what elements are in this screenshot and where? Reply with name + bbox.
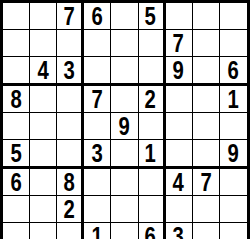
cell-r7c8: 7 [193, 169, 220, 196]
cell-r2c7: 7 [166, 30, 193, 57]
cell-r9c5[interactable] [111, 223, 138, 239]
cell-r3c5[interactable] [111, 57, 138, 86]
given-digit: 1 [228, 86, 239, 112]
cell-r8c5[interactable] [111, 196, 138, 223]
cell-r1c3: 7 [57, 3, 84, 30]
cell-r7c1: 6 [3, 169, 30, 196]
cell-r4c2[interactable] [30, 86, 57, 113]
cell-r3c3: 3 [57, 57, 84, 86]
given-digit: 4 [38, 57, 49, 83]
cell-r2c8[interactable] [193, 30, 220, 57]
given-digit: 3 [64, 57, 75, 83]
cell-r6c1: 5 [3, 140, 30, 169]
cell-r5c8[interactable] [193, 113, 220, 140]
cell-r3c8[interactable] [193, 57, 220, 86]
cell-r5c5: 9 [111, 113, 138, 140]
cell-r2c5[interactable] [111, 30, 138, 57]
cell-r8c9[interactable] [220, 196, 247, 223]
cell-r1c6: 5 [139, 3, 166, 30]
cell-r8c7[interactable] [166, 196, 193, 223]
cell-r4c3[interactable] [57, 86, 84, 113]
cell-r8c1[interactable] [3, 196, 30, 223]
cell-r3c7: 9 [166, 57, 193, 86]
cell-r4c6: 2 [139, 86, 166, 113]
cell-r7c4[interactable] [84, 169, 111, 196]
cell-r2c3[interactable] [57, 30, 84, 57]
cell-r4c9: 1 [220, 86, 247, 113]
cell-r6c9: 9 [220, 140, 247, 169]
cell-r2c2[interactable] [30, 30, 57, 57]
given-digit: 2 [145, 86, 156, 112]
given-digit: 3 [173, 223, 184, 239]
given-digit: 3 [92, 140, 103, 166]
given-digit: 7 [64, 3, 75, 29]
given-digit: 9 [119, 113, 130, 139]
cell-r8c4[interactable] [84, 196, 111, 223]
cell-r5c1[interactable] [3, 113, 30, 140]
given-digit: 2 [64, 196, 75, 222]
cell-r5c4[interactable] [84, 113, 111, 140]
cell-r5c2[interactable] [30, 113, 57, 140]
cell-r7c3: 8 [57, 169, 84, 196]
given-digit: 1 [92, 223, 103, 239]
cell-r9c9[interactable] [220, 223, 247, 239]
cell-r4c8[interactable] [193, 86, 220, 113]
given-digit: 6 [10, 169, 21, 195]
cell-r9c4: 1 [84, 223, 111, 239]
cell-r6c2[interactable] [30, 140, 57, 169]
cell-r2c6[interactable] [139, 30, 166, 57]
cell-r9c1[interactable] [3, 223, 30, 239]
cell-r9c3[interactable] [57, 223, 84, 239]
given-digit: 8 [10, 86, 21, 112]
given-digit: 1 [145, 140, 156, 166]
cell-r6c7[interactable] [166, 140, 193, 169]
cell-r5c3[interactable] [57, 113, 84, 140]
cell-r1c2[interactable] [30, 3, 57, 30]
cell-r1c1[interactable] [3, 3, 30, 30]
given-digit: 6 [92, 3, 103, 29]
cell-r2c4[interactable] [84, 30, 111, 57]
cell-r8c3: 2 [57, 196, 84, 223]
cell-r6c6: 1 [139, 140, 166, 169]
cell-r1c9[interactable] [220, 3, 247, 30]
given-digit: 6 [228, 57, 239, 83]
cell-r6c3[interactable] [57, 140, 84, 169]
given-digit: 5 [10, 140, 21, 166]
cell-r6c4: 3 [84, 140, 111, 169]
given-digit: 7 [173, 30, 184, 56]
cell-r1c8[interactable] [193, 3, 220, 30]
sudoku-board: 7657439687219531968472163 [0, 0, 250, 239]
given-digit: 7 [92, 86, 103, 112]
cell-r7c7: 4 [166, 169, 193, 196]
cell-r8c2[interactable] [30, 196, 57, 223]
cell-r5c7[interactable] [166, 113, 193, 140]
cell-r4c5[interactable] [111, 86, 138, 113]
cell-r4c1: 8 [3, 86, 30, 113]
given-digit: 9 [173, 57, 184, 83]
cell-r3c2: 4 [30, 57, 57, 86]
given-digit: 6 [145, 223, 156, 239]
cell-r2c9[interactable] [220, 30, 247, 57]
cell-r7c2[interactable] [30, 169, 57, 196]
cell-r9c8[interactable] [193, 223, 220, 239]
cell-r7c5[interactable] [111, 169, 138, 196]
cell-r9c2[interactable] [30, 223, 57, 239]
cell-r3c1[interactable] [3, 57, 30, 86]
cell-r9c7: 3 [166, 223, 193, 239]
given-digit: 9 [228, 140, 239, 166]
given-digit: 5 [145, 3, 156, 29]
cell-r1c5[interactable] [111, 3, 138, 30]
cell-r6c5[interactable] [111, 140, 138, 169]
given-digit: 7 [200, 169, 211, 195]
cell-r5c9[interactable] [220, 113, 247, 140]
given-digit: 4 [173, 169, 184, 195]
cell-r8c6[interactable] [139, 196, 166, 223]
cell-r6c8[interactable] [193, 140, 220, 169]
cell-r4c4: 7 [84, 86, 111, 113]
cell-r1c7[interactable] [166, 3, 193, 30]
cell-r5c6[interactable] [139, 113, 166, 140]
cell-r3c9: 6 [220, 57, 247, 86]
cell-r9c6: 6 [139, 223, 166, 239]
cell-r3c4[interactable] [84, 57, 111, 86]
cell-r8c8[interactable] [193, 196, 220, 223]
cell-r4c7[interactable] [166, 86, 193, 113]
cell-r7c6[interactable] [139, 169, 166, 196]
cell-r1c4: 6 [84, 3, 111, 30]
given-digit: 8 [64, 169, 75, 195]
cell-r3c6[interactable] [139, 57, 166, 86]
cell-r7c9[interactable] [220, 169, 247, 196]
cell-r2c1[interactable] [3, 30, 30, 57]
